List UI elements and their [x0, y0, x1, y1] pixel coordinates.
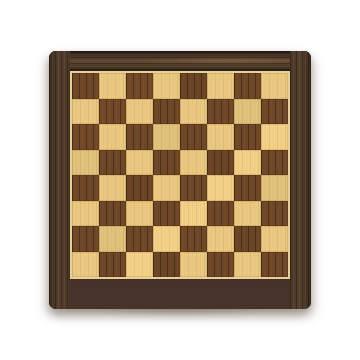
square-r2c1 — [72, 99, 99, 125]
photo-background — [0, 0, 360, 360]
square-r2c2 — [99, 99, 126, 125]
square-r8c1 — [72, 252, 99, 278]
square-r5c2 — [99, 175, 126, 201]
chess-board — [49, 51, 311, 309]
square-r7c8 — [261, 226, 288, 252]
square-r5c7 — [234, 175, 261, 201]
square-r4c7 — [234, 150, 261, 176]
square-r6c3 — [126, 201, 153, 227]
square-r6c4 — [153, 201, 180, 227]
square-r1c8 — [261, 73, 288, 99]
square-r2c7 — [234, 99, 261, 125]
square-r4c4 — [153, 150, 180, 176]
square-r8c7 — [234, 252, 261, 278]
square-r7c1 — [72, 226, 99, 252]
board-frame-left — [49, 51, 70, 309]
square-r4c1 — [72, 150, 99, 176]
square-r1c6 — [207, 73, 234, 99]
square-r6c5 — [180, 201, 207, 227]
board-frame-bottom — [49, 279, 311, 309]
square-r5c8 — [261, 175, 288, 201]
square-r1c5 — [180, 73, 207, 99]
board-grid — [72, 73, 288, 277]
square-r2c3 — [126, 99, 153, 125]
square-r7c5 — [180, 226, 207, 252]
square-r7c4 — [153, 226, 180, 252]
square-r2c4 — [153, 99, 180, 125]
square-r5c5 — [180, 175, 207, 201]
square-r6c2 — [99, 201, 126, 227]
square-r1c4 — [153, 73, 180, 99]
square-r5c6 — [207, 175, 234, 201]
square-r8c2 — [99, 252, 126, 278]
square-r7c7 — [234, 226, 261, 252]
square-r5c3 — [126, 175, 153, 201]
square-r1c7 — [234, 73, 261, 99]
square-r8c5 — [180, 252, 207, 278]
square-r8c6 — [207, 252, 234, 278]
square-r5c4 — [153, 175, 180, 201]
square-r3c1 — [72, 124, 99, 150]
square-r4c6 — [207, 150, 234, 176]
square-r3c6 — [207, 124, 234, 150]
square-r4c2 — [99, 150, 126, 176]
square-r4c5 — [180, 150, 207, 176]
square-r1c3 — [126, 73, 153, 99]
square-r2c6 — [207, 99, 234, 125]
square-r1c2 — [99, 73, 126, 99]
square-r6c7 — [234, 201, 261, 227]
square-r2c8 — [261, 99, 288, 125]
square-r1c1 — [72, 73, 99, 99]
square-r8c8 — [261, 252, 288, 278]
square-r6c8 — [261, 201, 288, 227]
square-r3c4 — [153, 124, 180, 150]
square-r6c1 — [72, 201, 99, 227]
square-r4c8 — [261, 150, 288, 176]
square-r6c6 — [207, 201, 234, 227]
square-r7c6 — [207, 226, 234, 252]
board-frame-right — [290, 51, 311, 309]
square-r7c2 — [99, 226, 126, 252]
square-r3c5 — [180, 124, 207, 150]
square-r3c8 — [261, 124, 288, 150]
square-r2c5 — [180, 99, 207, 125]
board-playing-area — [70, 71, 290, 279]
square-r7c3 — [126, 226, 153, 252]
square-r8c3 — [126, 252, 153, 278]
board-frame-top — [49, 51, 311, 71]
square-r3c3 — [126, 124, 153, 150]
square-r5c1 — [72, 175, 99, 201]
square-r8c4 — [153, 252, 180, 278]
square-r4c3 — [126, 150, 153, 176]
square-r3c7 — [234, 124, 261, 150]
square-r3c2 — [99, 124, 126, 150]
